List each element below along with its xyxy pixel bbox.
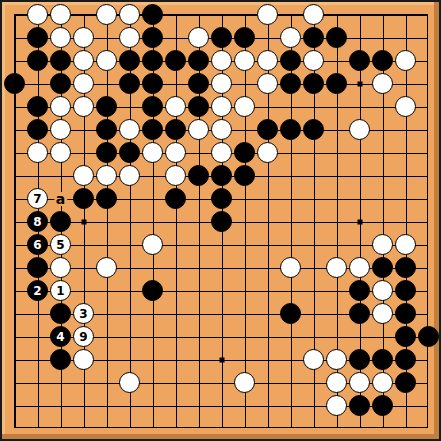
intersection-15-1[interactable] [325, 3, 348, 26]
intersection-8-10[interactable] [164, 210, 187, 233]
white-stone[interactable] [142, 142, 163, 163]
intersection-10-18[interactable] [210, 394, 233, 417]
intersection-5-19[interactable] [95, 417, 118, 440]
intersection-15-5[interactable] [325, 95, 348, 118]
white-stone[interactable] [234, 50, 255, 71]
black-stone[interactable] [211, 27, 232, 48]
intersection-2-15[interactable] [26, 325, 49, 348]
intersection-10-4[interactable] [210, 72, 233, 95]
white-stone[interactable] [165, 96, 186, 117]
intersection-16-19[interactable] [348, 417, 371, 440]
black-stone[interactable] [280, 73, 301, 94]
intersection-15-11[interactable] [325, 233, 348, 256]
intersection-15-16[interactable] [325, 348, 348, 371]
intersection-6-17[interactable] [118, 371, 141, 394]
intersection-6-6[interactable] [118, 118, 141, 141]
intersection-14-11[interactable] [302, 233, 325, 256]
intersection-12-16[interactable] [256, 348, 279, 371]
intersection-19-19[interactable] [417, 417, 440, 440]
intersection-6-19[interactable] [118, 417, 141, 440]
white-stone[interactable] [50, 142, 71, 163]
intersection-14-10[interactable] [302, 210, 325, 233]
black-stone[interactable] [257, 119, 278, 140]
intersection-3-2[interactable] [49, 26, 72, 49]
white-stone[interactable] [372, 303, 393, 324]
white-stone[interactable] [372, 73, 393, 94]
white-stone[interactable] [211, 119, 232, 140]
intersection-6-5[interactable] [118, 95, 141, 118]
intersection-8-18[interactable] [164, 394, 187, 417]
white-stone[interactable] [326, 372, 347, 393]
intersection-10-11[interactable] [210, 233, 233, 256]
intersection-19-5[interactable] [417, 95, 440, 118]
intersection-7-2[interactable] [141, 26, 164, 49]
intersection-9-16[interactable] [187, 348, 210, 371]
intersection-8-11[interactable] [164, 233, 187, 256]
intersection-1-2[interactable] [3, 26, 26, 49]
intersection-2-14[interactable] [26, 302, 49, 325]
intersection-13-14[interactable] [279, 302, 302, 325]
intersection-4-5[interactable] [72, 95, 95, 118]
intersection-16-15[interactable] [348, 325, 371, 348]
intersection-1-15[interactable] [3, 325, 26, 348]
intersection-13-16[interactable] [279, 348, 302, 371]
intersection-12-1[interactable] [256, 3, 279, 26]
intersection-1-11[interactable] [3, 233, 26, 256]
intersection-18-8[interactable] [394, 164, 417, 187]
black-stone[interactable] [27, 50, 48, 71]
white-stone[interactable] [165, 165, 186, 186]
intersection-2-7[interactable] [26, 141, 49, 164]
intersection-16-10[interactable] [348, 210, 371, 233]
intersection-10-6[interactable] [210, 118, 233, 141]
white-stone[interactable] [234, 372, 255, 393]
intersection-11-5[interactable] [233, 95, 256, 118]
intersection-13-2[interactable] [279, 26, 302, 49]
intersection-18-14[interactable] [394, 302, 417, 325]
white-stone[interactable] [280, 257, 301, 278]
intersection-8-5[interactable] [164, 95, 187, 118]
intersection-18-13[interactable] [394, 279, 417, 302]
intersection-12-18[interactable] [256, 394, 279, 417]
intersection-13-18[interactable] [279, 394, 302, 417]
intersection-19-3[interactable] [417, 49, 440, 72]
intersection-19-4[interactable] [417, 72, 440, 95]
intersection-10-10[interactable] [210, 210, 233, 233]
intersection-16-6[interactable] [348, 118, 371, 141]
intersection-9-2[interactable] [187, 26, 210, 49]
intersection-11-1[interactable] [233, 3, 256, 26]
black-stone-move-6[interactable]: 6 [27, 234, 48, 255]
intersection-19-1[interactable] [417, 3, 440, 26]
intersection-7-14[interactable] [141, 302, 164, 325]
intersection-7-1[interactable] [141, 3, 164, 26]
intersection-3-16[interactable] [49, 348, 72, 371]
intersection-5-12[interactable] [95, 256, 118, 279]
white-stone[interactable] [73, 165, 94, 186]
intersection-18-18[interactable] [394, 394, 417, 417]
go-board[interactable]: 7a86521349 [0, 0, 441, 441]
intersection-15-18[interactable] [325, 394, 348, 417]
black-stone[interactable] [142, 4, 163, 25]
intersection-8-7[interactable] [164, 141, 187, 164]
intersection-9-6[interactable] [187, 118, 210, 141]
black-stone[interactable] [234, 142, 255, 163]
white-stone[interactable] [303, 50, 324, 71]
intersection-4-13[interactable] [72, 279, 95, 302]
intersection-10-2[interactable] [210, 26, 233, 49]
intersection-19-16[interactable] [417, 348, 440, 371]
intersection-19-15[interactable] [417, 325, 440, 348]
intersection-15-3[interactable] [325, 49, 348, 72]
black-stone[interactable] [165, 50, 186, 71]
intersection-7-5[interactable] [141, 95, 164, 118]
white-stone[interactable] [50, 27, 71, 48]
intersection-6-9[interactable] [118, 187, 141, 210]
white-stone[interactable] [165, 142, 186, 163]
intersection-16-16[interactable] [348, 348, 371, 371]
intersection-16-7[interactable] [348, 141, 371, 164]
intersection-12-5[interactable] [256, 95, 279, 118]
intersection-14-17[interactable] [302, 371, 325, 394]
black-stone[interactable] [211, 211, 232, 232]
intersection-16-8[interactable] [348, 164, 371, 187]
black-stone[interactable] [372, 349, 393, 370]
intersection-2-18[interactable] [26, 394, 49, 417]
white-stone[interactable] [96, 50, 117, 71]
intersection-9-17[interactable] [187, 371, 210, 394]
intersection-14-9[interactable] [302, 187, 325, 210]
intersection-19-17[interactable] [417, 371, 440, 394]
white-stone-move-5[interactable]: 5 [50, 234, 71, 255]
intersection-1-14[interactable] [3, 302, 26, 325]
intersection-12-8[interactable] [256, 164, 279, 187]
intersection-11-11[interactable] [233, 233, 256, 256]
intersection-4-18[interactable] [72, 394, 95, 417]
intersection-15-8[interactable] [325, 164, 348, 187]
intersection-1-5[interactable] [3, 95, 26, 118]
black-stone[interactable] [349, 50, 370, 71]
intersection-6-16[interactable] [118, 348, 141, 371]
intersection-5-15[interactable] [95, 325, 118, 348]
white-stone[interactable] [349, 119, 370, 140]
intersection-2-6[interactable] [26, 118, 49, 141]
intersection-18-3[interactable] [394, 49, 417, 72]
intersection-10-8[interactable] [210, 164, 233, 187]
intersection-19-18[interactable] [417, 394, 440, 417]
intersection-7-15[interactable] [141, 325, 164, 348]
white-stone[interactable] [188, 27, 209, 48]
intersection-11-19[interactable] [233, 417, 256, 440]
black-stone[interactable] [142, 119, 163, 140]
intersection-14-1[interactable] [302, 3, 325, 26]
intersection-1-13[interactable] [3, 279, 26, 302]
intersection-5-11[interactable] [95, 233, 118, 256]
intersection-2-19[interactable] [26, 417, 49, 440]
intersection-17-8[interactable] [371, 164, 394, 187]
black-stone[interactable] [119, 50, 140, 71]
intersection-9-14[interactable] [187, 302, 210, 325]
intersection-16-4[interactable] [348, 72, 371, 95]
intersection-16-13[interactable] [348, 279, 371, 302]
intersection-8-8[interactable] [164, 164, 187, 187]
white-stone[interactable] [349, 257, 370, 278]
intersection-3-14[interactable] [49, 302, 72, 325]
intersection-4-16[interactable] [72, 348, 95, 371]
intersection-1-9[interactable] [3, 187, 26, 210]
black-stone[interactable] [142, 73, 163, 94]
intersection-14-15[interactable] [302, 325, 325, 348]
intersection-8-13[interactable] [164, 279, 187, 302]
intersection-18-12[interactable] [394, 256, 417, 279]
white-stone[interactable] [257, 73, 278, 94]
intersection-9-9[interactable] [187, 187, 210, 210]
white-stone[interactable] [96, 4, 117, 25]
intersection-12-3[interactable] [256, 49, 279, 72]
white-stone[interactable] [372, 280, 393, 301]
intersection-17-11[interactable] [371, 233, 394, 256]
intersection-3-13[interactable]: 1 [49, 279, 72, 302]
intersection-6-11[interactable] [118, 233, 141, 256]
black-stone[interactable] [395, 326, 416, 347]
black-stone[interactable] [142, 280, 163, 301]
black-stone[interactable] [188, 50, 209, 71]
intersection-7-7[interactable] [141, 141, 164, 164]
black-stone[interactable] [165, 119, 186, 140]
intersection-3-1[interactable] [49, 3, 72, 26]
white-stone[interactable] [257, 142, 278, 163]
intersection-4-19[interactable] [72, 417, 95, 440]
intersection-5-16[interactable] [95, 348, 118, 371]
intersection-16-9[interactable] [348, 187, 371, 210]
white-stone[interactable] [73, 96, 94, 117]
intersection-10-1[interactable] [210, 3, 233, 26]
intersection-9-10[interactable] [187, 210, 210, 233]
intersection-13-13[interactable] [279, 279, 302, 302]
intersection-16-1[interactable] [348, 3, 371, 26]
intersection-5-18[interactable] [95, 394, 118, 417]
intersection-7-13[interactable] [141, 279, 164, 302]
black-stone[interactable] [4, 73, 25, 94]
intersection-1-12[interactable] [3, 256, 26, 279]
intersection-12-6[interactable] [256, 118, 279, 141]
intersection-18-1[interactable] [394, 3, 417, 26]
white-stone[interactable] [50, 4, 71, 25]
black-stone[interactable] [50, 50, 71, 71]
intersection-2-10[interactable]: 8 [26, 210, 49, 233]
intersection-4-2[interactable] [72, 26, 95, 49]
intersection-17-15[interactable] [371, 325, 394, 348]
black-stone[interactable] [73, 188, 94, 209]
intersection-19-11[interactable] [417, 233, 440, 256]
intersection-17-19[interactable] [371, 417, 394, 440]
black-stone[interactable] [50, 211, 71, 232]
intersection-15-19[interactable] [325, 417, 348, 440]
intersection-5-13[interactable] [95, 279, 118, 302]
intersection-5-10[interactable] [95, 210, 118, 233]
intersection-12-2[interactable] [256, 26, 279, 49]
intersection-8-17[interactable] [164, 371, 187, 394]
black-stone-move-2[interactable]: 2 [27, 280, 48, 301]
intersection-3-7[interactable] [49, 141, 72, 164]
intersection-3-12[interactable] [49, 256, 72, 279]
intersection-8-3[interactable] [164, 49, 187, 72]
intersection-5-9[interactable] [95, 187, 118, 210]
black-stone[interactable] [395, 349, 416, 370]
intersection-10-7[interactable] [210, 141, 233, 164]
intersection-17-1[interactable] [371, 3, 394, 26]
white-stone[interactable] [27, 142, 48, 163]
intersection-2-13[interactable]: 2 [26, 279, 49, 302]
intersection-4-6[interactable] [72, 118, 95, 141]
intersection-15-12[interactable] [325, 256, 348, 279]
white-stone[interactable] [119, 119, 140, 140]
intersection-4-8[interactable] [72, 164, 95, 187]
intersection-13-12[interactable] [279, 256, 302, 279]
intersection-17-16[interactable] [371, 348, 394, 371]
white-stone[interactable] [257, 4, 278, 25]
intersection-12-14[interactable] [256, 302, 279, 325]
intersection-2-16[interactable] [26, 348, 49, 371]
black-stone[interactable] [303, 119, 324, 140]
intersection-13-7[interactable] [279, 141, 302, 164]
intersection-1-6[interactable] [3, 118, 26, 141]
white-stone[interactable] [280, 27, 301, 48]
intersection-15-17[interactable] [325, 371, 348, 394]
intersection-8-12[interactable] [164, 256, 187, 279]
intersection-5-3[interactable] [95, 49, 118, 72]
black-stone[interactable] [119, 142, 140, 163]
white-stone-move-9[interactable]: 9 [73, 326, 94, 347]
intersection-1-4[interactable] [3, 72, 26, 95]
intersection-15-6[interactable] [325, 118, 348, 141]
white-stone[interactable] [257, 50, 278, 71]
intersection-5-4[interactable] [95, 72, 118, 95]
intersection-1-10[interactable] [3, 210, 26, 233]
intersection-9-12[interactable] [187, 256, 210, 279]
white-stone[interactable] [119, 372, 140, 393]
white-stone[interactable] [211, 73, 232, 94]
intersection-14-6[interactable] [302, 118, 325, 141]
intersection-12-4[interactable] [256, 72, 279, 95]
intersection-17-9[interactable] [371, 187, 394, 210]
intersection-11-4[interactable] [233, 72, 256, 95]
intersection-14-18[interactable] [302, 394, 325, 417]
intersection-17-18[interactable] [371, 394, 394, 417]
intersection-10-5[interactable] [210, 95, 233, 118]
intersection-8-4[interactable] [164, 72, 187, 95]
intersection-16-12[interactable] [348, 256, 371, 279]
black-stone[interactable] [418, 326, 439, 347]
intersection-18-2[interactable] [394, 26, 417, 49]
intersection-8-19[interactable] [164, 417, 187, 440]
intersection-8-2[interactable] [164, 26, 187, 49]
intersection-4-15[interactable]: 9 [72, 325, 95, 348]
intersection-7-3[interactable] [141, 49, 164, 72]
intersection-19-12[interactable] [417, 256, 440, 279]
intersection-15-13[interactable] [325, 279, 348, 302]
intersection-5-5[interactable] [95, 95, 118, 118]
black-stone[interactable] [280, 303, 301, 324]
intersection-10-19[interactable] [210, 417, 233, 440]
white-stone[interactable] [372, 372, 393, 393]
intersection-5-17[interactable] [95, 371, 118, 394]
intersection-9-4[interactable] [187, 72, 210, 95]
black-stone[interactable] [188, 165, 209, 186]
black-stone[interactable] [27, 27, 48, 48]
intersection-19-6[interactable] [417, 118, 440, 141]
intersection-8-6[interactable] [164, 118, 187, 141]
white-stone-move-7[interactable]: 7 [27, 188, 48, 209]
intersection-17-3[interactable] [371, 49, 394, 72]
intersection-5-2[interactable] [95, 26, 118, 49]
white-stone[interactable] [119, 165, 140, 186]
intersection-5-7[interactable] [95, 141, 118, 164]
intersection-10-3[interactable] [210, 49, 233, 72]
intersection-13-5[interactable] [279, 95, 302, 118]
black-stone[interactable] [50, 73, 71, 94]
intersection-3-17[interactable] [49, 371, 72, 394]
intersection-17-13[interactable] [371, 279, 394, 302]
intersection-4-14[interactable]: 3 [72, 302, 95, 325]
intersection-11-18[interactable] [233, 394, 256, 417]
intersection-10-15[interactable] [210, 325, 233, 348]
intersection-7-9[interactable] [141, 187, 164, 210]
intersection-19-9[interactable] [417, 187, 440, 210]
intersection-11-2[interactable] [233, 26, 256, 49]
intersection-8-16[interactable] [164, 348, 187, 371]
intersection-11-6[interactable] [233, 118, 256, 141]
intersection-1-17[interactable] [3, 371, 26, 394]
intersection-14-12[interactable] [302, 256, 325, 279]
white-stone[interactable] [188, 119, 209, 140]
white-stone[interactable] [395, 50, 416, 71]
intersection-13-15[interactable] [279, 325, 302, 348]
intersection-12-10[interactable] [256, 210, 279, 233]
intersection-18-4[interactable] [394, 72, 417, 95]
intersection-7-16[interactable] [141, 348, 164, 371]
intersection-4-11[interactable] [72, 233, 95, 256]
intersection-10-16[interactable] [210, 348, 233, 371]
intersection-16-5[interactable] [348, 95, 371, 118]
intersection-17-17[interactable] [371, 371, 394, 394]
intersection-15-7[interactable] [325, 141, 348, 164]
intersection-14-2[interactable] [302, 26, 325, 49]
intersection-12-13[interactable] [256, 279, 279, 302]
intersection-4-10[interactable] [72, 210, 95, 233]
white-stone[interactable] [234, 96, 255, 117]
intersection-17-10[interactable] [371, 210, 394, 233]
intersection-13-9[interactable] [279, 187, 302, 210]
black-stone[interactable] [96, 96, 117, 117]
intersection-17-12[interactable] [371, 256, 394, 279]
black-stone-move-8[interactable]: 8 [27, 211, 48, 232]
intersection-3-5[interactable] [49, 95, 72, 118]
intersection-9-1[interactable] [187, 3, 210, 26]
white-stone[interactable] [50, 119, 71, 140]
intersection-3-15[interactable]: 4 [49, 325, 72, 348]
black-stone[interactable] [372, 257, 393, 278]
intersection-13-8[interactable] [279, 164, 302, 187]
intersection-3-11[interactable]: 5 [49, 233, 72, 256]
intersection-17-7[interactable] [371, 141, 394, 164]
intersection-11-9[interactable] [233, 187, 256, 210]
intersection-10-9[interactable] [210, 187, 233, 210]
intersection-6-10[interactable] [118, 210, 141, 233]
intersection-3-9[interactable]: a [49, 187, 72, 210]
intersection-18-7[interactable] [394, 141, 417, 164]
intersection-2-4[interactable] [26, 72, 49, 95]
